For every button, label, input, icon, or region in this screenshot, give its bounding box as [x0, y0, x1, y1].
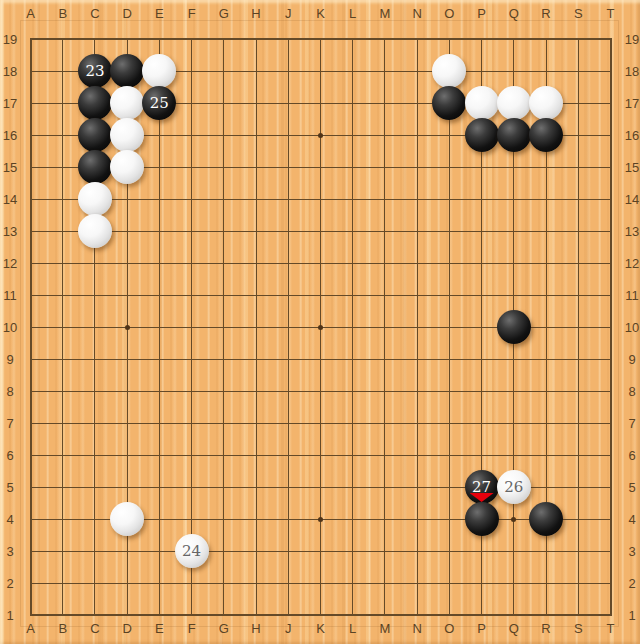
row-label: 7 — [6, 417, 13, 430]
grid-line-vertical — [449, 38, 450, 616]
row-label: 7 — [628, 417, 635, 430]
row-label: 11 — [625, 289, 639, 302]
stone-P17[interactable] — [465, 86, 499, 120]
column-label: E — [155, 7, 164, 20]
stone-R4[interactable] — [529, 502, 563, 536]
row-label: 8 — [628, 385, 635, 398]
grid-line-vertical — [384, 38, 385, 616]
stone-Q16[interactable] — [497, 118, 531, 152]
column-label: D — [122, 7, 131, 20]
row-label: 14 — [625, 193, 639, 206]
column-label: A — [26, 7, 35, 20]
column-label: P — [477, 7, 486, 20]
star-point — [318, 133, 323, 138]
stone-F3[interactable]: 24 — [175, 534, 209, 568]
stone-D16[interactable] — [110, 118, 144, 152]
column-label: H — [251, 7, 260, 20]
column-label: F — [188, 622, 196, 635]
stone-O18[interactable] — [432, 54, 466, 88]
row-label: 15 — [625, 161, 639, 174]
grid-line-horizontal — [30, 551, 612, 552]
stone-P4[interactable] — [465, 502, 499, 536]
star-point — [318, 517, 323, 522]
row-label: 6 — [628, 449, 635, 462]
row-label: 1 — [628, 609, 635, 622]
grid-line-vertical — [578, 38, 579, 616]
stone-Q17[interactable] — [497, 86, 531, 120]
row-label: 10 — [3, 321, 17, 334]
row-label: 2 — [6, 577, 13, 590]
column-label: L — [349, 7, 356, 20]
grid-line-vertical — [417, 38, 418, 616]
stone-Q10[interactable] — [497, 310, 531, 344]
row-label: 13 — [625, 225, 639, 238]
column-label: E — [155, 622, 164, 635]
column-label: C — [90, 622, 99, 635]
row-label: 5 — [628, 481, 635, 494]
column-label: R — [541, 622, 550, 635]
row-label: 11 — [3, 289, 17, 302]
grid-line-horizontal — [30, 359, 612, 360]
row-label: 3 — [628, 545, 635, 558]
column-label: R — [541, 7, 550, 20]
row-label: 6 — [6, 449, 13, 462]
column-label: L — [349, 622, 356, 635]
column-label: S — [574, 7, 583, 20]
stone-E18[interactable] — [142, 54, 176, 88]
stone-C16[interactable] — [78, 118, 112, 152]
row-label: 5 — [6, 481, 13, 494]
column-label: C — [90, 7, 99, 20]
column-label: J — [285, 7, 292, 20]
row-label: 12 — [3, 257, 17, 270]
move-number: 25 — [150, 94, 169, 112]
column-label: H — [251, 622, 260, 635]
stone-C15[interactable] — [78, 150, 112, 184]
grid-line-horizontal — [30, 455, 612, 456]
row-label: 18 — [3, 65, 17, 78]
row-label: 16 — [3, 129, 17, 142]
stone-C14[interactable] — [78, 182, 112, 216]
column-label: B — [58, 7, 67, 20]
move-number: 23 — [85, 62, 104, 80]
grid-line-horizontal — [30, 583, 612, 584]
column-label: Q — [509, 7, 519, 20]
stone-P16[interactable] — [465, 118, 499, 152]
star-point — [318, 325, 323, 330]
column-label: G — [219, 7, 229, 20]
row-label: 14 — [3, 193, 17, 206]
row-label: 2 — [628, 577, 635, 590]
column-label: D — [122, 622, 131, 635]
grid-line-horizontal — [30, 391, 612, 392]
stone-D18[interactable] — [110, 54, 144, 88]
row-label: 4 — [6, 513, 13, 526]
row-label: 4 — [628, 513, 635, 526]
column-label: B — [58, 622, 67, 635]
row-label: 8 — [6, 385, 13, 398]
stone-D15[interactable] — [110, 150, 144, 184]
column-label: N — [412, 622, 421, 635]
row-label: 12 — [625, 257, 639, 270]
row-label: 16 — [625, 129, 639, 142]
stone-Q5[interactable]: 26 — [497, 470, 531, 504]
column-label: S — [574, 622, 583, 635]
column-label: M — [380, 7, 391, 20]
column-label: N — [412, 7, 421, 20]
row-label: 3 — [6, 545, 13, 558]
row-label: 9 — [6, 353, 13, 366]
row-label: 1 — [6, 609, 13, 622]
column-label: T — [607, 7, 615, 20]
stone-D4[interactable] — [110, 502, 144, 536]
move-number: 24 — [182, 542, 201, 560]
grid-line-vertical — [610, 38, 612, 616]
stone-D17[interactable] — [110, 86, 144, 120]
row-label: 13 — [3, 225, 17, 238]
stone-R17[interactable] — [529, 86, 563, 120]
column-label: A — [26, 622, 35, 635]
row-label: 10 — [625, 321, 639, 334]
move-number: 27 — [472, 478, 491, 496]
stone-C18[interactable]: 23 — [78, 54, 112, 88]
star-point — [511, 517, 516, 522]
stone-P5[interactable]: 27 — [465, 470, 499, 504]
row-label: 17 — [3, 97, 17, 110]
column-label: K — [316, 7, 325, 20]
row-label: 15 — [3, 161, 17, 174]
go-board[interactable]: ABCDEFGHJKLMNOPQRST ABCDEFGHJKLMNOPQRST … — [0, 0, 640, 644]
row-label: 18 — [625, 65, 639, 78]
grid-line-vertical — [352, 38, 353, 616]
row-label: 17 — [625, 97, 639, 110]
stone-C17[interactable] — [78, 86, 112, 120]
stone-R16[interactable] — [529, 118, 563, 152]
column-label: J — [285, 622, 292, 635]
column-label: O — [444, 622, 454, 635]
stone-C13[interactable] — [78, 214, 112, 248]
column-label: P — [477, 622, 486, 635]
column-label: T — [607, 622, 615, 635]
column-label: M — [380, 622, 391, 635]
column-label: G — [219, 622, 229, 635]
move-number: 26 — [504, 478, 523, 496]
column-label: O — [444, 7, 454, 20]
star-point — [125, 325, 130, 330]
row-label: 9 — [628, 353, 635, 366]
column-label: Q — [509, 622, 519, 635]
stone-E17[interactable]: 25 — [142, 86, 176, 120]
grid-line-horizontal — [30, 423, 612, 424]
stone-O17[interactable] — [432, 86, 466, 120]
row-label: 19 — [3, 33, 17, 46]
row-label: 19 — [625, 33, 639, 46]
grid-line-horizontal — [30, 614, 612, 616]
column-label: K — [316, 622, 325, 635]
column-label: F — [188, 7, 196, 20]
